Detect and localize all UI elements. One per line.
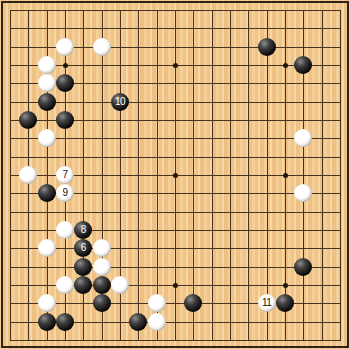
- stone-black[interactable]: [38, 93, 56, 111]
- stone-white[interactable]: [93, 38, 111, 56]
- stone-black[interactable]: [38, 313, 56, 331]
- go-board[interactable]: 10798611: [0, 0, 350, 349]
- stone-black[interactable]: [74, 258, 92, 276]
- star-point: [63, 63, 68, 68]
- star-point: [283, 173, 288, 178]
- stone-black-move-10[interactable]: 10: [111, 93, 129, 111]
- stone-black[interactable]: [56, 111, 74, 129]
- stone-white[interactable]: [56, 38, 74, 56]
- star-point: [283, 63, 288, 68]
- stone-white[interactable]: [38, 56, 56, 74]
- stone-black[interactable]: [38, 184, 56, 202]
- star-point: [173, 63, 178, 68]
- stone-black[interactable]: [129, 313, 147, 331]
- stone-white[interactable]: [38, 239, 56, 257]
- stone-white[interactable]: [148, 313, 166, 331]
- stone-white[interactable]: [56, 221, 74, 239]
- star-point: [173, 173, 178, 178]
- star-point: [173, 283, 178, 288]
- stone-black[interactable]: [93, 276, 111, 294]
- stone-white[interactable]: [93, 239, 111, 257]
- stone-white-move-7[interactable]: 7: [56, 166, 74, 184]
- stone-white[interactable]: [148, 294, 166, 312]
- stone-white[interactable]: [38, 129, 56, 147]
- stone-white[interactable]: [56, 276, 74, 294]
- stone-white[interactable]: [38, 294, 56, 312]
- stone-white[interactable]: [111, 276, 129, 294]
- stone-white[interactable]: [93, 258, 111, 276]
- stone-black[interactable]: [294, 258, 312, 276]
- stone-white-move-11[interactable]: 11: [258, 294, 276, 312]
- stone-black[interactable]: [93, 294, 111, 312]
- stone-black[interactable]: [56, 313, 74, 331]
- stone-white[interactable]: [38, 74, 56, 92]
- stone-black[interactable]: [258, 38, 276, 56]
- star-point: [283, 283, 288, 288]
